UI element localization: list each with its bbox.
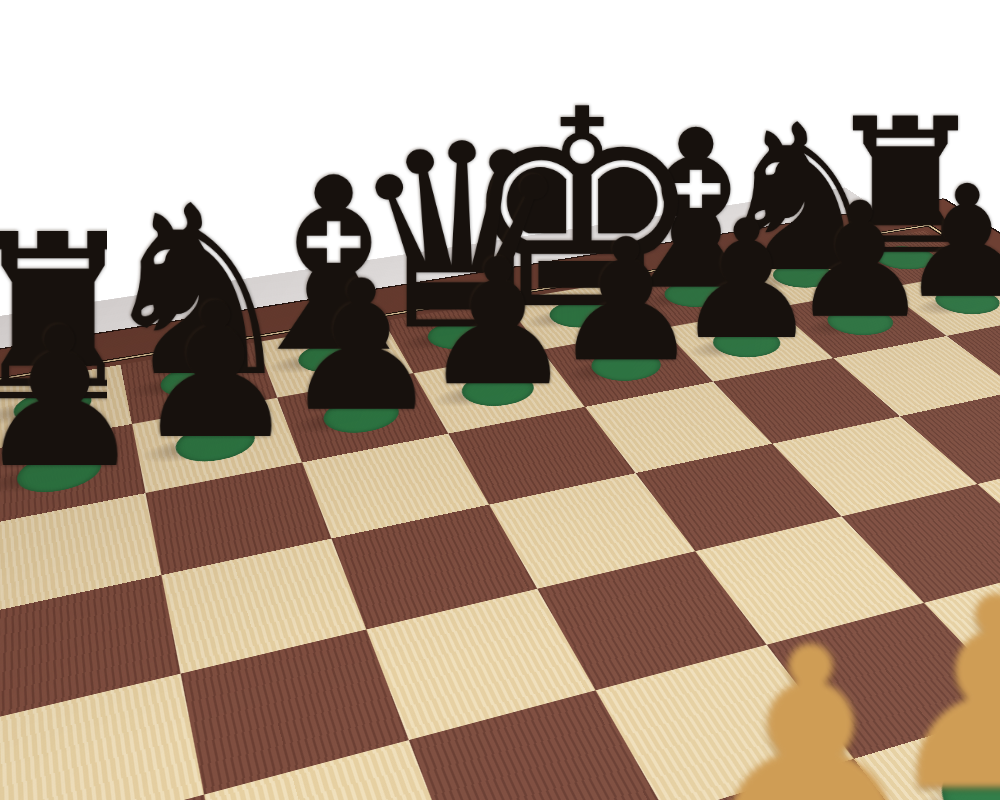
square-d2: ♟ — [667, 759, 962, 800]
square-c5 — [331, 505, 537, 630]
piece-black-pawn-a7: ♟ — [0, 303, 146, 496]
chess-board: ♜♞♝♛♚♝♞♜♟♟♟♟♟♟♟♟♟♟ — [0, 198, 1000, 800]
photo-background: ♜♞♝♛♚♝♞♜♟♟♟♟♟♟♟♟♟♟ — [0, 0, 1000, 800]
piece-black-pawn-d7: ♟ — [419, 236, 575, 410]
piece-black-pawn-c7: ♟ — [280, 257, 441, 437]
playing-area: ♜♞♝♛♚♝♞♜♟♟♟♟♟♟♟♟♟♟ — [0, 231, 1000, 800]
square-c7: ♟ — [277, 373, 448, 462]
piece-white-pawn-d2: ♟ — [685, 612, 934, 800]
piece-black-pawn-b7: ♟ — [132, 279, 299, 465]
